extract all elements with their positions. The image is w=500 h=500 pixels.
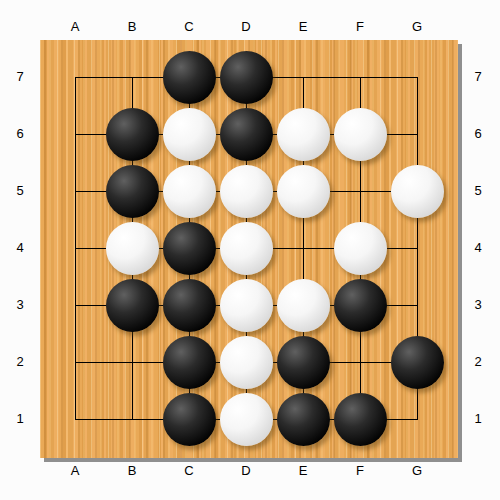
black-stone-F1[interactable]	[334, 393, 387, 446]
white-stone-C5[interactable]	[163, 165, 216, 218]
column-label-top-b: B	[120, 19, 144, 35]
row-label-right-7: 7	[466, 69, 490, 85]
white-stone-E3[interactable]	[277, 279, 330, 332]
black-stone-D6[interactable]	[220, 108, 273, 161]
column-label-bottom-g: G	[405, 463, 429, 479]
column-label-bottom-b: B	[120, 463, 144, 479]
row-label-right-3: 3	[466, 297, 490, 313]
black-stone-B5[interactable]	[106, 165, 159, 218]
black-stone-C3[interactable]	[163, 279, 216, 332]
black-stone-C1[interactable]	[163, 393, 216, 446]
row-label-left-6: 6	[8, 126, 32, 142]
row-label-left-4: 4	[8, 240, 32, 256]
column-label-bottom-c: C	[177, 463, 201, 479]
go-board[interactable]	[40, 40, 458, 458]
white-stone-B4[interactable]	[106, 222, 159, 275]
black-stone-D7[interactable]	[220, 51, 273, 104]
black-stone-C4[interactable]	[163, 222, 216, 275]
white-stone-D1[interactable]	[220, 393, 273, 446]
row-label-left-7: 7	[8, 69, 32, 85]
white-stone-E5[interactable]	[277, 165, 330, 218]
go-app-window: AABBCCDDEEFFGG77665544332211	[0, 0, 500, 500]
white-stone-D2[interactable]	[220, 336, 273, 389]
white-stone-D5[interactable]	[220, 165, 273, 218]
white-stone-D4[interactable]	[220, 222, 273, 275]
row-label-left-3: 3	[8, 297, 32, 313]
column-label-top-f: F	[348, 19, 372, 35]
column-label-bottom-a: A	[63, 463, 87, 479]
black-stone-F3[interactable]	[334, 279, 387, 332]
black-stone-G2[interactable]	[391, 336, 444, 389]
row-label-right-4: 4	[466, 240, 490, 256]
black-stone-B3[interactable]	[106, 279, 159, 332]
row-label-right-2: 2	[466, 354, 490, 370]
black-stone-E2[interactable]	[277, 336, 330, 389]
row-label-right-5: 5	[466, 183, 490, 199]
row-label-left-5: 5	[8, 183, 32, 199]
white-stone-C6[interactable]	[163, 108, 216, 161]
column-label-top-a: A	[63, 19, 87, 35]
row-label-left-1: 1	[8, 411, 32, 427]
white-stone-F6[interactable]	[334, 108, 387, 161]
column-label-top-d: D	[234, 19, 258, 35]
column-label-top-c: C	[177, 19, 201, 35]
black-stone-C7[interactable]	[163, 51, 216, 104]
row-label-right-6: 6	[466, 126, 490, 142]
black-stone-B6[interactable]	[106, 108, 159, 161]
column-label-bottom-d: D	[234, 463, 258, 479]
column-label-bottom-f: F	[348, 463, 372, 479]
white-stone-E6[interactable]	[277, 108, 330, 161]
column-label-top-e: E	[291, 19, 315, 35]
black-stone-C2[interactable]	[163, 336, 216, 389]
row-label-right-1: 1	[466, 411, 490, 427]
white-stone-G5[interactable]	[391, 165, 444, 218]
white-stone-F4[interactable]	[334, 222, 387, 275]
row-label-left-2: 2	[8, 354, 32, 370]
column-label-bottom-e: E	[291, 463, 315, 479]
white-stone-D3[interactable]	[220, 279, 273, 332]
black-stone-E1[interactable]	[277, 393, 330, 446]
column-label-top-g: G	[405, 19, 429, 35]
